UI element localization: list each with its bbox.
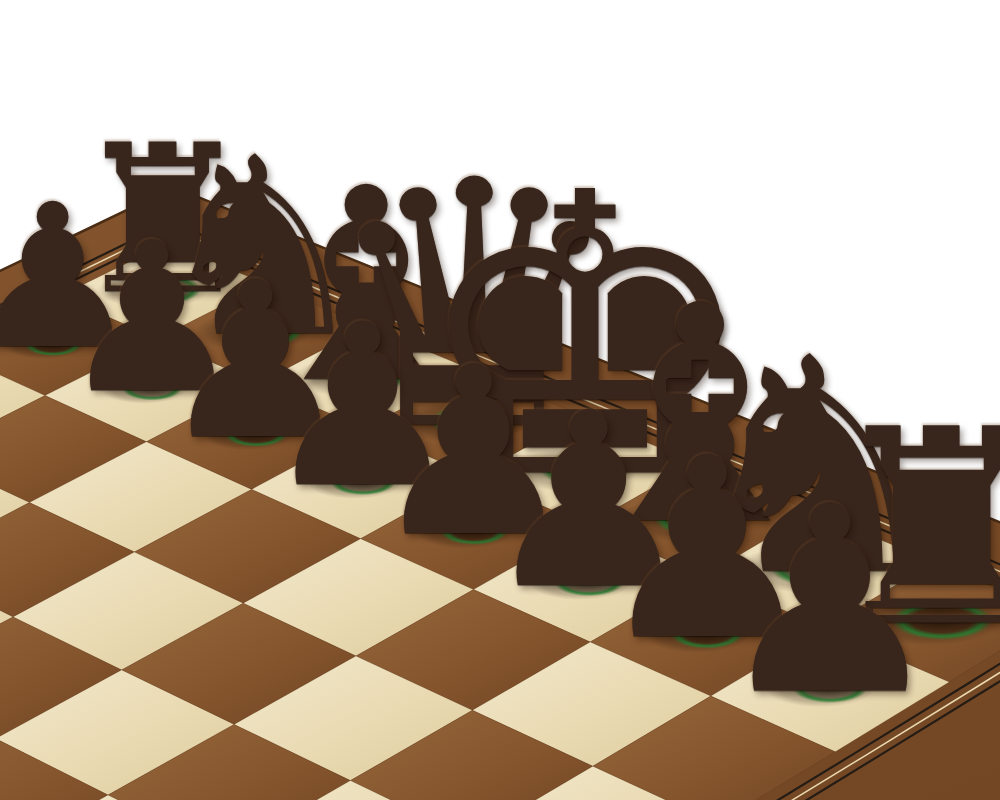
chess-set-photo: ♜♟♞♟♝♟♛♟♚♟♝♟♞♟♜♟ <box>0 0 1000 800</box>
chess-board <box>0 0 1000 800</box>
